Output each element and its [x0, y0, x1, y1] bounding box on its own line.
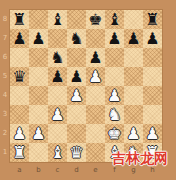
black-pawn[interactable]: ♟ [12, 29, 26, 48]
file-label-d: d [67, 165, 86, 176]
rank-label-7: 7 [1, 29, 9, 48]
square-d3[interactable] [67, 105, 86, 124]
white-pawn[interactable]: ♟ [88, 67, 102, 86]
rank-label-1: 1 [1, 143, 9, 162]
square-e5[interactable]: ♟ [86, 67, 105, 86]
black-king[interactable]: ♚ [88, 10, 102, 29]
square-a3[interactable] [10, 105, 29, 124]
square-b6[interactable] [29, 48, 48, 67]
rank-label-2: 2 [1, 124, 9, 143]
rank-label-8: 8 [1, 10, 9, 29]
rank-label-5: 5 [1, 67, 9, 86]
black-pawn[interactable]: ♟ [69, 67, 83, 86]
black-pawn[interactable]: ♟ [31, 29, 45, 48]
square-f6[interactable] [105, 48, 124, 67]
square-d5[interactable]: ♟ [67, 67, 86, 86]
white-rook[interactable]: ♜ [12, 143, 26, 162]
square-a2[interactable]: ♟ [10, 124, 29, 143]
square-h5[interactable] [143, 67, 162, 86]
black-knight[interactable]: ♞ [50, 48, 64, 67]
square-c1[interactable]: ♝ [48, 143, 67, 162]
file-label-e: e [86, 165, 105, 176]
square-c2[interactable] [48, 124, 67, 143]
rank-label-4: 4 [1, 86, 9, 105]
square-e7[interactable] [86, 29, 105, 48]
square-g8[interactable] [124, 10, 143, 29]
white-pawn[interactable]: ♟ [12, 124, 26, 143]
square-f3[interactable]: ♞ [105, 105, 124, 124]
square-g6[interactable] [124, 48, 143, 67]
square-g5[interactable] [124, 67, 143, 86]
black-bishop[interactable]: ♝ [107, 10, 121, 29]
square-e2[interactable] [86, 124, 105, 143]
file-label-a: a [10, 165, 29, 176]
square-d6[interactable] [67, 48, 86, 67]
black-queen[interactable]: ♛ [12, 67, 26, 86]
square-f4[interactable]: ♟ [105, 86, 124, 105]
white-pawn[interactable]: ♟ [126, 124, 140, 143]
square-g4[interactable] [124, 86, 143, 105]
square-a5[interactable]: ♛ [10, 67, 29, 86]
rank-label-3: 3 [1, 105, 9, 124]
black-pawn[interactable]: ♟ [107, 29, 121, 48]
square-h7[interactable]: ♟ [143, 29, 162, 48]
white-pawn[interactable]: ♟ [50, 105, 64, 124]
black-pawn[interactable]: ♟ [145, 29, 159, 48]
square-a1[interactable]: ♜ [10, 143, 29, 162]
square-h8[interactable]: ♜ [143, 10, 162, 29]
square-e1[interactable] [86, 143, 105, 162]
square-e4[interactable] [86, 86, 105, 105]
square-d2[interactable] [67, 124, 86, 143]
square-a8[interactable]: ♜ [10, 10, 29, 29]
square-h2[interactable]: ♟ [143, 124, 162, 143]
white-bishop[interactable]: ♝ [50, 143, 64, 162]
square-b5[interactable] [29, 67, 48, 86]
square-d7[interactable]: ♞ [67, 29, 86, 48]
file-label-b: b [29, 165, 48, 176]
square-c3[interactable]: ♟ [48, 105, 67, 124]
square-a4[interactable] [10, 86, 29, 105]
square-c8[interactable]: ♝ [48, 10, 67, 29]
black-rook[interactable]: ♜ [12, 10, 26, 29]
black-pawn[interactable]: ♟ [126, 29, 140, 48]
file-label-c: c [48, 165, 67, 176]
rank-labels: 87654321 [1, 10, 9, 162]
square-e6[interactable]: ♟ [86, 48, 105, 67]
black-rook[interactable]: ♜ [145, 10, 159, 29]
square-e8[interactable]: ♚ [86, 10, 105, 29]
watermark: 吉林龙网 [112, 149, 168, 167]
square-b4[interactable] [29, 86, 48, 105]
square-b1[interactable] [29, 143, 48, 162]
white-knight[interactable]: ♞ [107, 105, 121, 124]
square-h4[interactable] [143, 86, 162, 105]
square-d1[interactable]: ♛ [67, 143, 86, 162]
white-pawn[interactable]: ♟ [145, 124, 159, 143]
square-b3[interactable] [29, 105, 48, 124]
square-f5[interactable] [105, 67, 124, 86]
chess-diagram: 87654321 ♜♝♚♝♜♟♟♞♟♟♟♞♟♛♟♟♟♟♟♟♞♟♟♚♟♟♜♝♛♝♞… [0, 0, 176, 180]
square-d8[interactable] [67, 10, 86, 29]
square-b8[interactable] [29, 10, 48, 29]
rank-label-6: 6 [1, 48, 9, 67]
square-b2[interactable]: ♟ [29, 124, 48, 143]
square-b7[interactable]: ♟ [29, 29, 48, 48]
square-f8[interactable]: ♝ [105, 10, 124, 29]
black-knight[interactable]: ♞ [69, 29, 83, 48]
square-h3[interactable] [143, 105, 162, 124]
square-c6[interactable]: ♞ [48, 48, 67, 67]
square-a6[interactable] [10, 48, 29, 67]
black-pawn[interactable]: ♟ [88, 48, 102, 67]
square-f2[interactable]: ♚ [105, 124, 124, 143]
white-pawn[interactable]: ♟ [69, 86, 83, 105]
black-bishop[interactable]: ♝ [50, 10, 64, 29]
chess-board: ♜♝♚♝♜♟♟♞♟♟♟♞♟♛♟♟♟♟♟♟♞♟♟♚♟♟♜♝♛♝♞♜ [9, 9, 163, 163]
black-pawn[interactable]: ♟ [50, 67, 64, 86]
square-c4[interactable] [48, 86, 67, 105]
square-c5[interactable]: ♟ [48, 67, 67, 86]
white-king[interactable]: ♚ [107, 124, 121, 143]
white-pawn[interactable]: ♟ [107, 86, 121, 105]
square-g3[interactable] [124, 105, 143, 124]
square-a7[interactable]: ♟ [10, 29, 29, 48]
square-e3[interactable] [86, 105, 105, 124]
white-queen[interactable]: ♛ [69, 143, 83, 162]
white-pawn[interactable]: ♟ [31, 124, 45, 143]
square-f7[interactable]: ♟ [105, 29, 124, 48]
square-g2[interactable]: ♟ [124, 124, 143, 143]
square-h6[interactable] [143, 48, 162, 67]
square-d4[interactable]: ♟ [67, 86, 86, 105]
square-c7[interactable] [48, 29, 67, 48]
square-g7[interactable]: ♟ [124, 29, 143, 48]
